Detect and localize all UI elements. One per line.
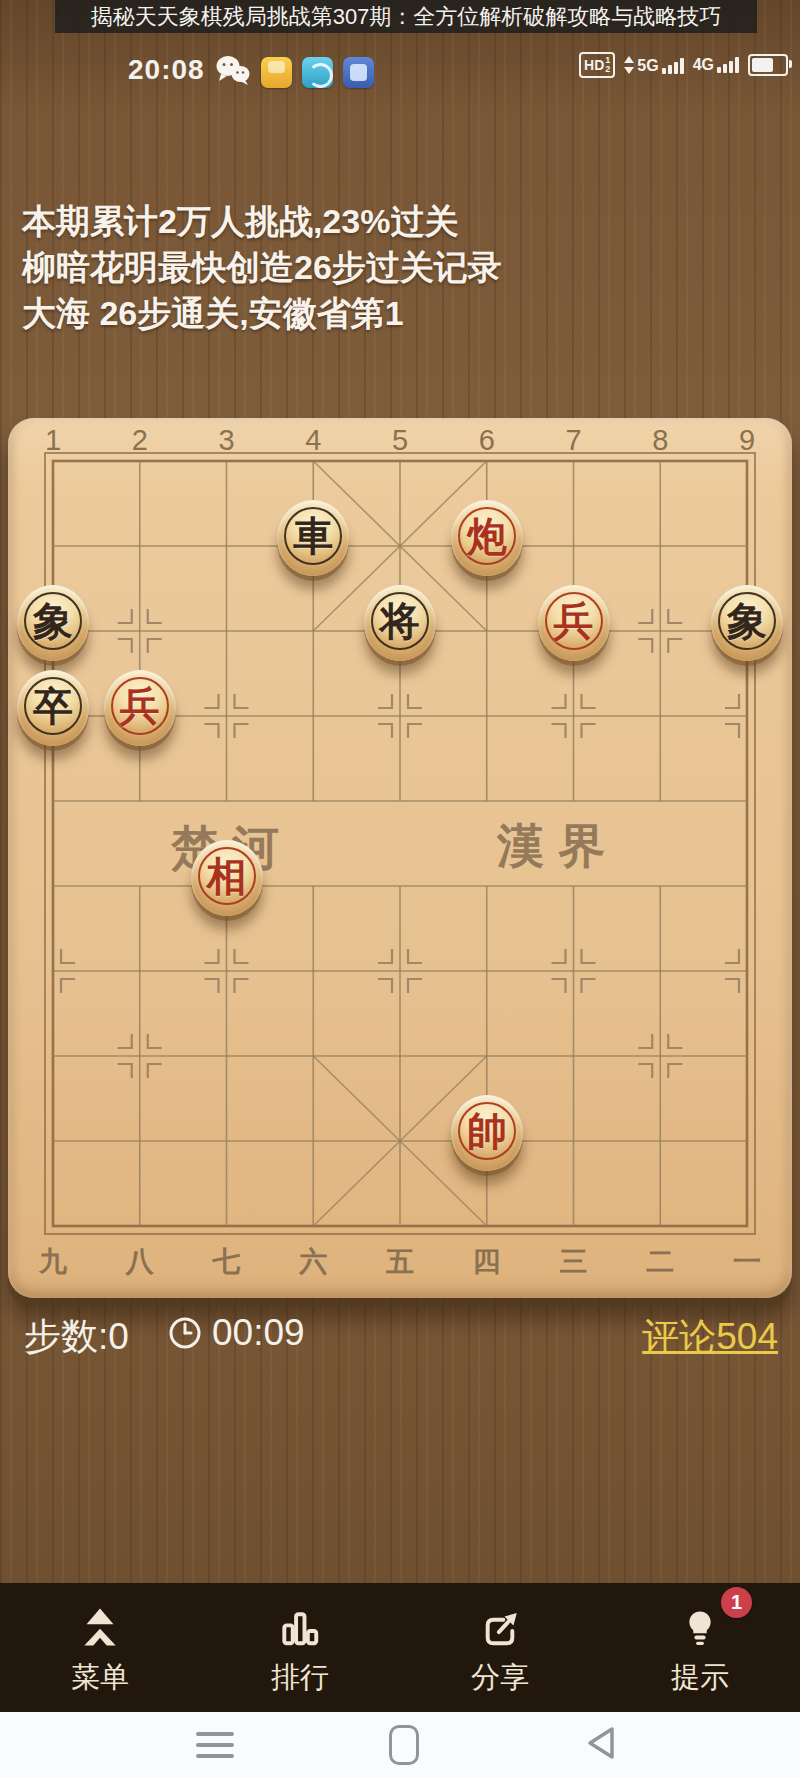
menu-arrow-icon [72, 1603, 128, 1659]
piece-glyph: 兵 [538, 592, 610, 650]
nav-menu-label: 菜单 [71, 1663, 129, 1692]
piece-glyph: 車 [277, 507, 349, 565]
piece-red-soldier[interactable]: 兵 [538, 585, 610, 661]
file-label-top: 4 [305, 424, 321, 457]
nav-ranking-button[interactable]: 排行 [200, 1583, 400, 1712]
back-icon[interactable] [586, 1726, 616, 1764]
app-icon-yellow [261, 57, 292, 88]
xiangqi-board[interactable] [8, 418, 792, 1298]
piece-red-cannon[interactable]: 炮 [451, 500, 523, 576]
bar-chart-icon [272, 1603, 328, 1659]
piece-glyph: 相 [191, 847, 263, 905]
status-bar: 20:08 HD 12 5G 4G [0, 42, 800, 100]
file-label-bottom: 九 [39, 1243, 67, 1281]
signal-bars-icon [717, 57, 739, 73]
piece-black-elephant[interactable]: 象 [711, 585, 783, 661]
file-label-bottom: 七 [213, 1243, 241, 1281]
timer-icon [168, 1316, 202, 1359]
challenge-stats: 本期累计2万人挑战,23%过关 柳暗花明最快创造26步过关记录 大海 26步通关… [22, 198, 502, 336]
signal-5g: 5G [624, 56, 683, 74]
challenge-line-top-player: 大海 26步通关,安徽省第1 [22, 290, 502, 336]
piece-glyph: 炮 [451, 507, 523, 565]
file-label-bottom: 八 [126, 1243, 154, 1281]
file-label-bottom: 一 [733, 1243, 761, 1281]
notification-icons [215, 54, 374, 90]
battery-icon [748, 54, 788, 76]
file-label-top: 6 [479, 424, 495, 457]
file-label-bottom: 四 [473, 1243, 501, 1281]
piece-glyph: 帥 [451, 1102, 523, 1160]
piece-glyph: 兵 [104, 677, 176, 735]
piece-glyph: 卒 [17, 677, 89, 735]
timer-value: 00:09 [212, 1312, 305, 1354]
signal-4g: 4G [693, 57, 739, 73]
nav-menu-button[interactable]: 菜单 [0, 1583, 200, 1712]
hint-badge: 1 [721, 1587, 752, 1618]
file-label-top: 3 [218, 424, 234, 457]
river-label-right: 漢界 [497, 815, 619, 878]
nav-share-label: 分享 [471, 1663, 529, 1692]
piece-red-general[interactable]: 帥 [451, 1095, 523, 1171]
app-icon-blue [343, 57, 374, 88]
file-label-bottom: 五 [386, 1243, 414, 1281]
file-label-top: 9 [739, 424, 755, 457]
lightbulb-icon [672, 1603, 728, 1659]
piece-red-soldier[interactable]: 兵 [104, 670, 176, 746]
nav-hint-button[interactable]: 提示 1 [600, 1583, 800, 1712]
home-icon[interactable] [389, 1725, 419, 1765]
file-label-bottom: 三 [560, 1243, 588, 1281]
app-icon-teal [302, 57, 333, 88]
move-counter: 步数:0 [24, 1312, 129, 1362]
game-stats-row: 步数:0 00:09 评论504 [0, 1312, 800, 1360]
share-icon [472, 1603, 528, 1659]
file-label-top: 2 [132, 424, 148, 457]
android-nav-bar [0, 1712, 800, 1778]
nav-hint-label: 提示 [671, 1663, 729, 1692]
nav-share-button[interactable]: 分享 [400, 1583, 600, 1712]
file-label-bottom: 六 [299, 1243, 327, 1281]
piece-glyph: 象 [711, 592, 783, 650]
nav-ranking-label: 排行 [271, 1663, 329, 1692]
piece-glyph: 将 [364, 592, 436, 650]
piece-black-soldier[interactable]: 卒 [17, 670, 89, 746]
file-label-top: 8 [652, 424, 668, 457]
clock-time: 20:08 [128, 54, 205, 86]
recents-icon[interactable] [196, 1732, 234, 1758]
page-title: 揭秘天天象棋残局挑战第307期：全方位解析破解攻略与战略技巧 [55, 0, 757, 33]
file-label-top: 1 [45, 424, 61, 457]
piece-black-elephant[interactable]: 象 [17, 585, 89, 661]
updown-arrows-icon [624, 56, 634, 74]
file-label-bottom: 二 [646, 1243, 674, 1281]
screen: 揭秘天天象棋残局挑战第307期：全方位解析破解攻略与战略技巧 20:08 HD … [0, 0, 800, 1778]
signal-bars-icon [662, 58, 684, 74]
bottom-nav: 菜单 排行 分享 提示 1 [0, 1583, 800, 1712]
piece-red-elephant[interactable]: 相 [191, 840, 263, 916]
comments-link[interactable]: 评论504 [642, 1312, 778, 1362]
piece-black-chariot[interactable]: 車 [277, 500, 349, 576]
piece-glyph: 象 [17, 592, 89, 650]
wechat-icon [215, 54, 251, 90]
status-indicators: HD 12 5G 4G [579, 52, 788, 78]
challenge-line-record: 柳暗花明最快创造26步过关记录 [22, 244, 502, 290]
file-label-top: 7 [565, 424, 581, 457]
file-label-top: 5 [392, 424, 408, 457]
hd-volte-icon: HD 12 [579, 52, 615, 78]
piece-black-general[interactable]: 将 [364, 585, 436, 661]
challenge-line-participants: 本期累计2万人挑战,23%过关 [22, 198, 502, 244]
